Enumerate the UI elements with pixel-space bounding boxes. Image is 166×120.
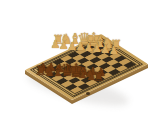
board-surface <box>25 34 148 100</box>
piece-white-rook: ♜ <box>52 33 64 46</box>
chess-board-grid <box>37 41 135 94</box>
clasp <box>86 92 90 95</box>
piece-white-pawn: ♟ <box>50 39 62 50</box>
chess-set-photo[interactable]: ♜♞♝♛♚♝♞♜♟♟♟♟♟♟♟♟♟♟♟♟♟♟♟♟♜♞♝♛♚♝♞♜ <box>0 0 166 120</box>
piece-white-knight: ♞ <box>60 32 72 46</box>
